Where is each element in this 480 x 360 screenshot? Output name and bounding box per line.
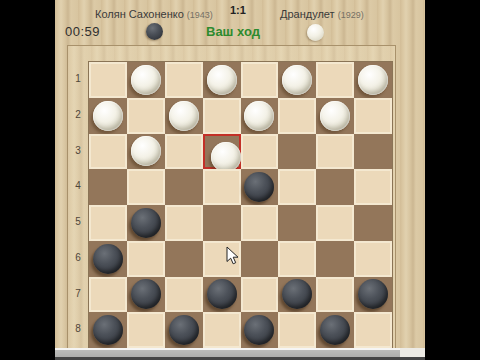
square-r7c2[interactable]: [127, 277, 165, 313]
square-r2c8[interactable]: [354, 98, 392, 134]
black-checker-r5c2[interactable]: [131, 208, 161, 238]
square-r2c5[interactable]: [241, 98, 279, 134]
square-r4c4[interactable]: [203, 169, 241, 205]
turn-status: Ваш ход: [206, 24, 260, 39]
square-r2c2[interactable]: [127, 98, 165, 134]
square-r8c7[interactable]: [316, 312, 354, 348]
square-r3c7[interactable]: [316, 134, 354, 170]
mouse-cursor-icon: [226, 246, 239, 265]
horizontal-scrollbar-track[interactable]: [400, 348, 425, 357]
square-r1c6[interactable]: [278, 62, 316, 98]
square-r2c1[interactable]: [89, 98, 127, 134]
square-r4c3[interactable]: [165, 169, 203, 205]
row-label-5: 5: [71, 204, 85, 240]
square-r7c3[interactable]: [165, 277, 203, 313]
square-r5c1[interactable]: [89, 205, 127, 241]
white-checker-r1c4[interactable]: [207, 65, 237, 95]
app-screen: Колян Сахоненко(1943) 1:1 Драндулет(1929…: [0, 0, 480, 360]
player-right-name: Драндулет: [280, 8, 335, 20]
square-r3c5[interactable]: [241, 134, 279, 170]
square-r1c8[interactable]: [354, 62, 392, 98]
white-checker-r2c7[interactable]: [320, 101, 350, 131]
square-r1c3[interactable]: [165, 62, 203, 98]
square-r3c8[interactable]: [354, 134, 392, 170]
black-checker-r8c7[interactable]: [320, 315, 350, 345]
square-r7c6[interactable]: [278, 277, 316, 313]
white-checker-r1c2[interactable]: [131, 65, 161, 95]
square-r3c6[interactable]: [278, 134, 316, 170]
square-r1c5[interactable]: [241, 62, 279, 98]
white-checker-r3c4[interactable]: [211, 142, 241, 172]
square-r7c4[interactable]: [203, 277, 241, 313]
horizontal-scrollbar-thumb[interactable]: [55, 348, 400, 357]
square-r6c7[interactable]: [316, 241, 354, 277]
square-r6c3[interactable]: [165, 241, 203, 277]
square-r8c6[interactable]: [278, 312, 316, 348]
square-r4c7[interactable]: [316, 169, 354, 205]
player-right-rating: (1929): [338, 10, 364, 20]
black-checker-r4c5[interactable]: [244, 172, 274, 202]
black-checker-r7c4[interactable]: [207, 279, 237, 309]
black-checker-r6c1[interactable]: [93, 244, 123, 274]
square-r7c8[interactable]: [354, 277, 392, 313]
white-checker-r2c1[interactable]: [93, 101, 123, 131]
square-r5c3[interactable]: [165, 205, 203, 241]
white-checker-r2c5[interactable]: [244, 101, 274, 131]
black-checker-r7c6[interactable]: [282, 279, 312, 309]
square-r6c5[interactable]: [241, 241, 279, 277]
row-label-8: 8: [71, 311, 85, 347]
square-r1c2[interactable]: [127, 62, 165, 98]
row-labels: 12345678: [71, 61, 85, 347]
square-r4c2[interactable]: [127, 169, 165, 205]
square-r8c3[interactable]: [165, 312, 203, 348]
square-r4c1[interactable]: [89, 169, 127, 205]
black-checker-r8c5[interactable]: [244, 315, 274, 345]
square-r3c2[interactable]: [127, 134, 165, 170]
square-r6c2[interactable]: [127, 241, 165, 277]
square-r3c1[interactable]: [89, 134, 127, 170]
square-r5c8[interactable]: [354, 205, 392, 241]
square-r1c7[interactable]: [316, 62, 354, 98]
player-left-rating: (1943): [187, 10, 213, 20]
row-label-6: 6: [71, 240, 85, 276]
white-checker-r1c8[interactable]: [358, 65, 388, 95]
square-r3c3[interactable]: [165, 134, 203, 170]
checkers-board[interactable]: [88, 61, 393, 349]
white-checker-r3c2[interactable]: [131, 136, 161, 166]
square-r3c4[interactable]: [203, 134, 241, 170]
row-label-7: 7: [71, 276, 85, 312]
black-checker-r7c8[interactable]: [358, 279, 388, 309]
square-r4c6[interactable]: [278, 169, 316, 205]
square-r1c4[interactable]: [203, 62, 241, 98]
player-left-label: Колян Сахоненко(1943): [95, 4, 213, 22]
square-r5c4[interactable]: [203, 205, 241, 241]
square-r4c5[interactable]: [241, 169, 279, 205]
square-r2c4[interactable]: [203, 98, 241, 134]
square-r6c6[interactable]: [278, 241, 316, 277]
black-checker-r7c2[interactable]: [131, 279, 161, 309]
square-r2c3[interactable]: [165, 98, 203, 134]
square-r8c8[interactable]: [354, 312, 392, 348]
square-r8c4[interactable]: [203, 312, 241, 348]
square-r5c6[interactable]: [278, 205, 316, 241]
row-label-3: 3: [71, 133, 85, 169]
white-checker-r2c3[interactable]: [169, 101, 199, 131]
square-r6c1[interactable]: [89, 241, 127, 277]
square-r4c8[interactable]: [354, 169, 392, 205]
black-checker-r8c1[interactable]: [93, 315, 123, 345]
player-right-label: Драндулет(1929): [280, 4, 364, 22]
square-r7c5[interactable]: [241, 277, 279, 313]
row-label-1: 1: [71, 61, 85, 97]
row-label-4: 4: [71, 168, 85, 204]
square-r7c7[interactable]: [316, 277, 354, 313]
match-score: 1:1: [230, 4, 246, 16]
black-piece-icon: [146, 23, 163, 40]
square-r2c7[interactable]: [316, 98, 354, 134]
black-checker-r8c3[interactable]: [169, 315, 199, 345]
move-timer: 00:59: [65, 24, 100, 39]
player-left-name: Колян Сахоненко: [95, 8, 184, 20]
square-r5c5[interactable]: [241, 205, 279, 241]
square-r2c6[interactable]: [278, 98, 316, 134]
square-r8c1[interactable]: [89, 312, 127, 348]
square-r8c5[interactable]: [241, 312, 279, 348]
square-r8c2[interactable]: [127, 312, 165, 348]
square-r5c2[interactable]: [127, 205, 165, 241]
white-checker-r1c6[interactable]: [282, 65, 312, 95]
white-piece-icon: [307, 24, 324, 41]
square-r5c7[interactable]: [316, 205, 354, 241]
row-label-2: 2: [71, 97, 85, 133]
square-r7c1[interactable]: [89, 277, 127, 313]
square-r6c8[interactable]: [354, 241, 392, 277]
square-r1c1[interactable]: [89, 62, 127, 98]
